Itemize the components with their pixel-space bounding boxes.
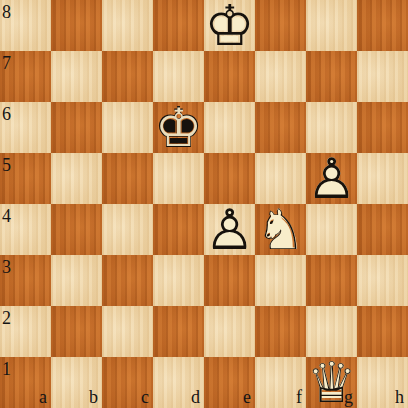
square-d2[interactable] (153, 306, 204, 357)
square-h3[interactable] (357, 255, 408, 306)
rank-label-6: 6 (2, 105, 11, 123)
square-h4[interactable] (357, 204, 408, 255)
square-f6[interactable] (255, 102, 306, 153)
square-e6[interactable] (204, 102, 255, 153)
square-f5[interactable] (255, 153, 306, 204)
square-b6[interactable] (51, 102, 102, 153)
square-h7[interactable] (357, 51, 408, 102)
white-pawn-outline-glyph: ♙ (306, 153, 357, 204)
file-label-f: f (296, 388, 302, 406)
square-g7[interactable] (306, 51, 357, 102)
square-c7[interactable] (102, 51, 153, 102)
white-pawn-g5[interactable]: ♟♙ (306, 153, 357, 204)
square-a1[interactable]: 1a (0, 357, 51, 408)
rank-label-5: 5 (2, 156, 11, 174)
square-g2[interactable] (306, 306, 357, 357)
file-label-d: d (191, 388, 200, 406)
file-label-c: c (141, 388, 149, 406)
square-d5[interactable] (153, 153, 204, 204)
square-e2[interactable] (204, 306, 255, 357)
square-f4[interactable]: ♞♘ (255, 204, 306, 255)
square-d1[interactable]: d (153, 357, 204, 408)
square-b3[interactable] (51, 255, 102, 306)
square-e5[interactable] (204, 153, 255, 204)
square-f7[interactable] (255, 51, 306, 102)
square-a4[interactable]: 4 (0, 204, 51, 255)
white-knight-f4[interactable]: ♞♘ (255, 204, 306, 255)
file-label-e: e (243, 388, 251, 406)
square-e3[interactable] (204, 255, 255, 306)
square-f8[interactable] (255, 0, 306, 51)
square-g6[interactable] (306, 102, 357, 153)
square-e7[interactable] (204, 51, 255, 102)
black-king-outline-glyph: ♔ (155, 104, 203, 152)
square-e4[interactable]: ♟♙ (204, 204, 255, 255)
rank-label-2: 2 (2, 309, 11, 327)
white-queen-g1[interactable]: ♛♕ (306, 357, 357, 408)
square-b8[interactable] (51, 0, 102, 51)
square-d8[interactable] (153, 0, 204, 51)
square-a8[interactable]: 8 (0, 0, 51, 51)
square-h8[interactable] (357, 0, 408, 51)
square-d6[interactable]: ♚♔ (153, 102, 204, 153)
white-queen-outline-glyph: ♕ (306, 357, 357, 408)
rank-label-1: 1 (2, 360, 11, 378)
square-b5[interactable] (51, 153, 102, 204)
square-c5[interactable] (102, 153, 153, 204)
square-g8[interactable] (306, 0, 357, 51)
square-h5[interactable] (357, 153, 408, 204)
white-knight-outline-glyph: ♘ (255, 204, 306, 255)
square-c4[interactable] (102, 204, 153, 255)
square-b1[interactable]: b (51, 357, 102, 408)
square-e1[interactable]: e (204, 357, 255, 408)
square-g3[interactable] (306, 255, 357, 306)
square-c1[interactable]: c (102, 357, 153, 408)
square-a5[interactable]: 5 (0, 153, 51, 204)
file-label-a: a (39, 388, 47, 406)
rank-label-8: 8 (2, 3, 11, 21)
square-f1[interactable]: f (255, 357, 306, 408)
square-g4[interactable] (306, 204, 357, 255)
square-f2[interactable] (255, 306, 306, 357)
square-f3[interactable] (255, 255, 306, 306)
file-label-h: h (395, 388, 404, 406)
square-d3[interactable] (153, 255, 204, 306)
rank-label-3: 3 (2, 258, 11, 276)
square-h1[interactable]: h (357, 357, 408, 408)
chess-board: 8♚♔76♚♔5♟♙4♟♙♞♘321abcdefg♛♕h (0, 0, 408, 408)
square-g1[interactable]: g♛♕ (306, 357, 357, 408)
square-c3[interactable] (102, 255, 153, 306)
square-b2[interactable] (51, 306, 102, 357)
white-pawn-outline-glyph: ♙ (204, 204, 255, 255)
square-h2[interactable] (357, 306, 408, 357)
square-c2[interactable] (102, 306, 153, 357)
rank-label-4: 4 (2, 207, 11, 225)
square-g5[interactable]: ♟♙ (306, 153, 357, 204)
square-a6[interactable]: 6 (0, 102, 51, 153)
square-d7[interactable] (153, 51, 204, 102)
square-a2[interactable]: 2 (0, 306, 51, 357)
black-king-d6[interactable]: ♚♔ (153, 102, 204, 153)
file-label-b: b (89, 388, 98, 406)
square-c6[interactable] (102, 102, 153, 153)
rank-label-7: 7 (2, 54, 11, 72)
square-a7[interactable]: 7 (0, 51, 51, 102)
square-e8[interactable]: ♚♔ (204, 0, 255, 51)
square-h6[interactable] (357, 102, 408, 153)
square-a3[interactable]: 3 (0, 255, 51, 306)
square-d4[interactable] (153, 204, 204, 255)
square-c8[interactable] (102, 0, 153, 51)
white-king-outline-glyph: ♔ (204, 0, 255, 51)
square-b4[interactable] (51, 204, 102, 255)
square-b7[interactable] (51, 51, 102, 102)
white-king-e8[interactable]: ♚♔ (204, 0, 255, 51)
white-pawn-e4[interactable]: ♟♙ (204, 204, 255, 255)
